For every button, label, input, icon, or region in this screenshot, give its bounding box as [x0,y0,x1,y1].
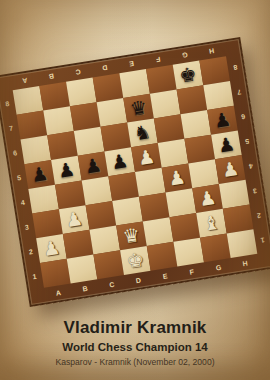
square-g1[interactable] [200,233,231,262]
rank-label-right-3: 3 [246,177,265,204]
poster: ABCDEFGH8♚87♛76♞♟65♟♟♟♟♟♟54♟♟43♟♟32♟♛♝21… [0,0,270,380]
poster-subtitle: World Chess Champion 14 [0,341,270,353]
rank-label-right-6: 6 [234,103,253,130]
caption-block: Vladimir Kramnik World Chess Champion 14… [0,318,270,367]
square-h1[interactable] [227,229,258,258]
square-c1[interactable] [93,250,124,279]
poster-title: Vladimir Kramnik [0,318,270,338]
rank-label-right-8: 8 [226,54,245,81]
rank-label-right-2: 2 [249,202,268,229]
square-b1[interactable] [67,255,98,284]
square-a1[interactable] [40,259,71,288]
frame-corner [257,252,270,269]
rank-label-right-5: 5 [238,128,257,155]
rank-label-right-1: 1 [253,227,270,254]
chess-board: ABCDEFGH8♚87♛76♞♟65♟♟♟♟♟♟54♟♟43♟♟32♟♛♝21… [0,37,270,307]
piece-white-king-d1[interactable]: ♚ [120,246,151,275]
rank-label-right-7: 7 [230,79,249,106]
board-wrap: ABCDEFGH8♚87♛76♞♟65♟♟♟♟♟♟54♟♟43♟♟32♟♛♝21… [0,37,270,307]
square-f1[interactable] [173,238,204,267]
square-e1[interactable] [147,242,178,271]
square-d1[interactable]: ♚ [120,246,151,275]
poster-caption: Kasparov - Kramnik (November 02, 2000) [0,357,270,367]
rank-label-right-4: 4 [242,153,261,180]
